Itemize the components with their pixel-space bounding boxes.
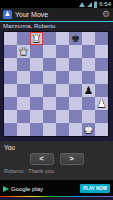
square-g3[interactable] [82,97,95,110]
square-c2[interactable] [30,110,43,123]
square-b5[interactable] [17,71,30,84]
square-e2[interactable] [56,110,69,123]
white-queen: ♛ [17,45,30,58]
square-h6[interactable] [95,58,108,71]
ad-cta-button[interactable]: PLAY NOW [80,184,110,193]
square-h1[interactable] [95,123,108,136]
square-h3[interactable]: ♟ [95,97,108,110]
square-h5[interactable] [95,71,108,84]
square-f1[interactable] [69,123,82,136]
square-c1[interactable] [30,123,43,136]
lower-panel: You < > Roberto : Thank you [0,141,113,180]
next-move-button[interactable]: > [60,153,84,165]
ad-banner[interactable]: Google play PLAY NOW [0,180,113,197]
white-pawn: ♟ [95,97,108,110]
square-g7[interactable] [82,45,95,58]
google-play-icon [3,186,9,192]
prev-move-button[interactable]: < [30,153,54,165]
square-b8[interactable] [17,32,30,45]
square-d3[interactable] [43,97,56,110]
square-c8[interactable]: ♜ [30,32,43,45]
battery-icon [94,1,97,8]
app-screen: 6:54 ♟ Your Move ⚙ Mazzonna, Roberto ♜♚♛… [0,0,113,200]
square-a2[interactable] [4,110,17,123]
square-h7[interactable] [95,45,108,58]
status-clock: 6:54 [99,0,111,8]
square-g4[interactable]: ♟ [82,84,95,97]
square-a1[interactable] [4,123,17,136]
app-icon: ♟ [3,10,12,19]
opponent-name: Mazzonna, Roberto [0,22,113,31]
square-f6[interactable] [69,58,82,71]
move-nav-row: < > [0,153,113,165]
player-you-label: You [4,144,15,151]
square-f2[interactable] [69,110,82,123]
square-a3[interactable] [4,97,17,110]
square-e5[interactable] [56,71,69,84]
square-a5[interactable] [4,71,17,84]
chess-board[interactable]: ♜♚♛♟♟♚ [4,32,108,136]
square-h4[interactable] [95,84,108,97]
square-d5[interactable] [43,71,56,84]
square-b7[interactable]: ♛ [17,45,30,58]
square-d6[interactable] [43,58,56,71]
square-c5[interactable] [30,71,43,84]
app-icon-glyph: ♟ [4,10,10,19]
square-b4[interactable] [17,84,30,97]
black-pawn: ♟ [82,84,95,97]
page-title: Your Move [15,11,102,18]
ad-rainbow-strip [0,196,113,198]
black-king: ♚ [69,32,82,45]
square-b3[interactable] [17,97,30,110]
square-f5[interactable] [69,71,82,84]
signal-strength-icon [87,2,92,7]
square-c7[interactable] [30,45,43,58]
wifi-icon [79,2,85,7]
square-e8[interactable] [56,32,69,45]
square-g1[interactable]: ♚ [82,123,95,136]
ad-brand-text: Google play [11,186,80,192]
square-d1[interactable] [43,123,56,136]
square-g8[interactable] [82,32,95,45]
title-bar: ♟ Your Move ⚙ [0,8,113,21]
square-h2[interactable] [95,110,108,123]
square-d4[interactable] [43,84,56,97]
status-bar: 6:54 [0,0,113,8]
square-f3[interactable] [69,97,82,110]
square-d8[interactable] [43,32,56,45]
square-b2[interactable] [17,110,30,123]
square-h8[interactable] [95,32,108,45]
white-rook: ♜ [30,32,43,45]
square-f8[interactable]: ♚ [69,32,82,45]
square-a4[interactable] [4,84,17,97]
square-g6[interactable] [82,58,95,71]
square-c3[interactable] [30,97,43,110]
square-e1[interactable] [56,123,69,136]
board-frame: ♜♚♛♟♟♚ [3,31,109,137]
square-f4[interactable] [69,84,82,97]
square-a7[interactable] [4,45,17,58]
square-g5[interactable] [82,71,95,84]
square-e3[interactable] [56,97,69,110]
square-b6[interactable] [17,58,30,71]
square-e4[interactable] [56,84,69,97]
square-d7[interactable] [43,45,56,58]
square-a6[interactable] [4,58,17,71]
white-king: ♚ [82,123,95,136]
square-d2[interactable] [43,110,56,123]
chat-message: Roberto : Thank you [4,168,54,174]
square-c6[interactable] [30,58,43,71]
square-g2[interactable] [82,110,95,123]
square-f7[interactable] [69,45,82,58]
gear-icon[interactable]: ⚙ [102,10,110,19]
square-c4[interactable] [30,84,43,97]
square-e6[interactable] [56,58,69,71]
square-e7[interactable] [56,45,69,58]
square-b1[interactable] [17,123,30,136]
square-a8[interactable] [4,32,17,45]
